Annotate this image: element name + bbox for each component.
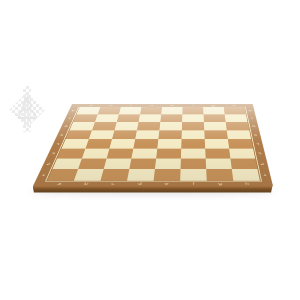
coord-file-c-far: c: [130, 105, 133, 107]
coord-file-e-far: e: [170, 105, 173, 107]
coord-rank-1-right: 1: [262, 173, 267, 176]
coord-rank-4-left: 4: [55, 143, 60, 145]
coord-file-f-near: f: [192, 182, 194, 185]
coord-file-a-far: a: [88, 105, 92, 107]
coord-file-b-far: b: [109, 105, 113, 107]
coord-file-a-near: a: [56, 182, 62, 185]
chess-board: aabbccddeeffgghh1122334455667788: [33, 0, 273, 186]
coord-file-d-far: d: [150, 105, 154, 107]
coord-rank-3-left: 3: [50, 152, 55, 155]
coord-file-h-near: h: [244, 182, 249, 185]
coord-rank-8-right: 8: [248, 110, 252, 112]
coord-rank-3-right: 3: [257, 152, 262, 155]
board-top-surface: aabbccddeeffgghh1122334455667788: [33, 104, 273, 186]
coord-rank-2-right: 2: [259, 162, 264, 165]
board-coordinates: aabbccddeeffgghh1122334455667788: [33, 104, 273, 186]
coord-file-h-far: h: [232, 105, 236, 107]
product-photo: ♙ aabbccddeeffgghh1122334455667788: [0, 0, 300, 300]
coord-rank-7-left: 7: [67, 117, 71, 119]
coord-file-g-far: g: [211, 105, 215, 107]
board-side-edge: [33, 186, 273, 193]
coord-file-g-near: g: [217, 182, 222, 185]
coord-rank-6-left: 6: [63, 125, 68, 127]
coord-file-b-near: b: [83, 182, 88, 185]
coord-file-e-near: e: [164, 182, 169, 185]
coord-rank-1-left: 1: [40, 173, 46, 176]
coord-rank-5-right: 5: [253, 134, 257, 136]
coord-rank-6-right: 6: [251, 125, 255, 127]
coord-rank-8-left: 8: [71, 110, 75, 112]
coord-rank-4-right: 4: [255, 143, 259, 145]
coord-file-c-near: c: [110, 182, 115, 185]
coord-file-f-far: f: [192, 105, 194, 107]
coord-file-d-near: d: [137, 182, 142, 185]
coord-rank-2-left: 2: [46, 162, 51, 165]
coord-rank-7-right: 7: [249, 117, 253, 119]
coord-rank-5-left: 5: [59, 134, 64, 136]
